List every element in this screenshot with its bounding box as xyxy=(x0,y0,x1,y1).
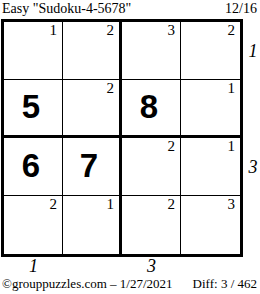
cell-r2c4[interactable]: 1 xyxy=(181,80,240,138)
cell-corner-mark: 1 xyxy=(107,197,115,213)
sudoku-board: 1232528167212123 xyxy=(1,19,243,257)
cell-corner-mark: 2 xyxy=(228,23,236,39)
cell-given-value: 6 xyxy=(22,149,40,182)
cell-corner-mark: 1 xyxy=(228,81,236,97)
col-label-3: 3 xyxy=(122,257,181,276)
cell-corner-mark: 2 xyxy=(50,197,58,213)
cell-corner-mark: 2 xyxy=(107,23,115,39)
cell-r1c1[interactable]: 1 xyxy=(4,22,63,80)
cell-r3c2[interactable]: 7 xyxy=(63,138,122,196)
row-label-3: 3 xyxy=(246,138,260,196)
cell-corner-mark: 2 xyxy=(107,81,115,97)
cell-r2c2[interactable]: 2 xyxy=(63,80,122,138)
cell-r1c2[interactable]: 2 xyxy=(63,22,122,80)
copyright-text: ©grouppuzzles.com – 1/27/2021 xyxy=(2,276,173,292)
cell-r1c4[interactable]: 2 xyxy=(181,22,240,80)
difficulty-text: Diff: 3 / 462 xyxy=(193,276,257,292)
cell-given-value: 8 xyxy=(140,90,158,123)
cell-r4c2[interactable]: 1 xyxy=(63,196,122,254)
row-label-1: 1 xyxy=(246,22,260,80)
cell-corner-mark: 3 xyxy=(168,23,176,39)
cell-r3c4[interactable]: 1 xyxy=(181,138,240,196)
cell-r3c3[interactable]: 2 xyxy=(122,138,181,196)
puzzle-title: Easy "Sudoku-4-5678" xyxy=(2,1,131,17)
puzzle-page: Easy "Sudoku-4-5678" 12/16 1232528167212… xyxy=(0,0,260,294)
cell-corner-mark: 2 xyxy=(168,139,176,155)
cell-r1c3[interactable]: 3 xyxy=(122,22,181,80)
cell-r4c3[interactable]: 2 xyxy=(122,196,181,254)
cell-r2c1[interactable]: 5 xyxy=(4,80,63,138)
cell-corner-mark: 1 xyxy=(50,23,58,39)
cell-r4c1[interactable]: 2 xyxy=(4,196,63,254)
page-indicator: 12/16 xyxy=(225,1,257,17)
cell-corner-mark: 1 xyxy=(228,139,236,155)
col-label-1: 1 xyxy=(4,257,63,276)
cell-r4c4[interactable]: 3 xyxy=(181,196,240,254)
cell-corner-mark: 2 xyxy=(168,197,176,213)
cell-corner-mark: 3 xyxy=(228,197,236,213)
cell-given-value: 5 xyxy=(22,90,40,123)
cell-r2c3[interactable]: 8 xyxy=(122,80,181,138)
cell-given-value: 7 xyxy=(80,149,98,182)
cell-r3c1[interactable]: 6 xyxy=(4,138,63,196)
